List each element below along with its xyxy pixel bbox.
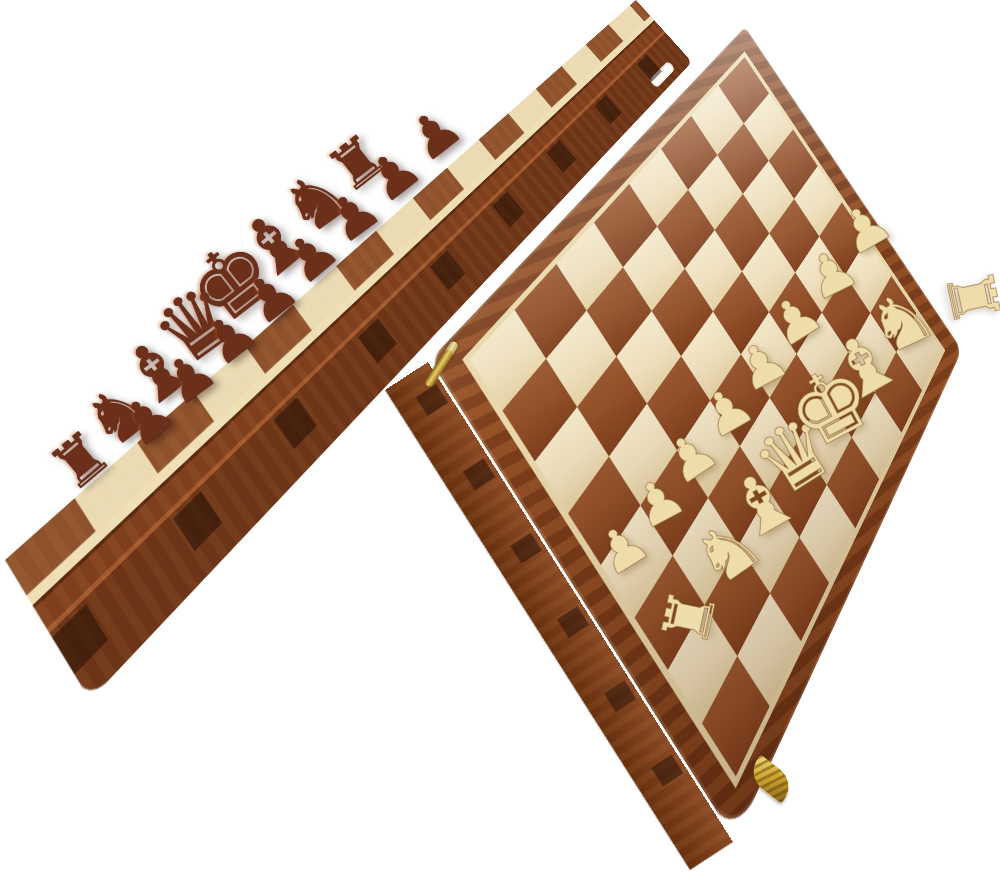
pieces-layer: ♜♞♝♛♚♝♞♜♟♟♟♟♟♟♟♟♜♞♝♛♚♝♞♜♟♟♟♟♟♟♟♟ xyxy=(0,0,1000,873)
light-rook: ♜ xyxy=(935,262,1000,331)
chess-set-photo: ♜♞♝♛♚♝♞♜♟♟♟♟♟♟♟♟♜♞♝♛♚♝♞♜♟♟♟♟♟♟♟♟ xyxy=(0,0,1000,873)
